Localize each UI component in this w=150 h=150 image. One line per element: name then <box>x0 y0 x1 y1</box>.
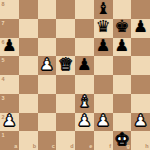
rank-label-5: 5 <box>2 57 5 63</box>
square-b5[interactable] <box>19 56 38 75</box>
square-g1[interactable]: g♚ <box>113 131 132 150</box>
square-f3[interactable] <box>94 94 113 113</box>
square-c6[interactable] <box>38 38 57 57</box>
square-h5[interactable] <box>131 56 150 75</box>
file-label-e: e <box>89 143 92 149</box>
square-c4[interactable] <box>38 75 57 94</box>
square-g8[interactable] <box>113 0 132 19</box>
square-h2[interactable]: ♟ <box>131 113 150 132</box>
rank-label-1: 1 <box>2 132 5 138</box>
piece-black-pawn-g6[interactable]: ♟ <box>114 37 129 56</box>
square-b7[interactable] <box>19 19 38 38</box>
square-c1[interactable]: c <box>38 131 57 150</box>
square-e4[interactable] <box>75 75 94 94</box>
square-a2[interactable]: 2♟ <box>0 113 19 132</box>
square-a8[interactable]: 8 <box>0 0 19 19</box>
piece-white-pawn-a2[interactable]: ♟ <box>2 112 17 131</box>
square-h1[interactable]: h <box>131 131 150 150</box>
file-label-d: d <box>70 143 73 149</box>
square-d3[interactable] <box>56 94 75 113</box>
square-b3[interactable] <box>19 94 38 113</box>
square-a6[interactable]: 6♟ <box>0 38 19 57</box>
piece-white-king-g1[interactable]: ♚ <box>114 131 129 150</box>
square-d5[interactable]: ♛ <box>56 56 75 75</box>
square-a4[interactable]: 4 <box>0 75 19 94</box>
square-b1[interactable]: b <box>19 131 38 150</box>
piece-black-king-g7[interactable]: ♚ <box>114 18 129 37</box>
square-f7[interactable]: ♛ <box>94 19 113 38</box>
square-c3[interactable] <box>38 94 57 113</box>
piece-black-pawn-e5[interactable]: ♟ <box>77 56 92 75</box>
chess-board: 8♝7♛♚♟6♟♟♟5♟♛♟43♝2♟♟♟♟1abcdefg♚h <box>0 0 150 150</box>
piece-white-pawn-c5[interactable]: ♟ <box>39 56 54 75</box>
square-a7[interactable]: 7 <box>0 19 19 38</box>
square-b4[interactable] <box>19 75 38 94</box>
square-d8[interactable] <box>56 0 75 19</box>
square-b8[interactable] <box>19 0 38 19</box>
rank-label-4: 4 <box>2 76 5 82</box>
square-f8[interactable]: ♝ <box>94 0 113 19</box>
square-a5[interactable]: 5 <box>0 56 19 75</box>
square-f2[interactable]: ♟ <box>94 113 113 132</box>
square-e2[interactable]: ♟ <box>75 113 94 132</box>
square-f6[interactable]: ♟ <box>94 38 113 57</box>
square-h3[interactable] <box>131 94 150 113</box>
piece-white-pawn-e2[interactable]: ♟ <box>77 112 92 131</box>
square-h4[interactable] <box>131 75 150 94</box>
square-e7[interactable] <box>75 19 94 38</box>
square-g7[interactable]: ♚ <box>113 19 132 38</box>
square-e3[interactable]: ♝ <box>75 94 94 113</box>
square-d6[interactable] <box>56 38 75 57</box>
square-d2[interactable] <box>56 113 75 132</box>
square-a3[interactable]: 3 <box>0 94 19 113</box>
square-e5[interactable]: ♟ <box>75 56 94 75</box>
square-d1[interactable]: d <box>56 131 75 150</box>
piece-black-queen-f7[interactable]: ♛ <box>96 18 111 37</box>
piece-white-bishop-e3[interactable]: ♝ <box>77 93 92 112</box>
square-e1[interactable]: e <box>75 131 94 150</box>
square-g2[interactable] <box>113 113 132 132</box>
file-label-a: a <box>14 143 17 149</box>
file-label-h: h <box>145 143 148 149</box>
square-g6[interactable]: ♟ <box>113 38 132 57</box>
square-c8[interactable] <box>38 0 57 19</box>
square-e6[interactable] <box>75 38 94 57</box>
piece-white-queen-d5[interactable]: ♛ <box>58 56 73 75</box>
square-b2[interactable] <box>19 113 38 132</box>
square-f4[interactable] <box>94 75 113 94</box>
square-g3[interactable] <box>113 94 132 113</box>
file-label-f: f <box>109 143 111 149</box>
square-c7[interactable] <box>38 19 57 38</box>
piece-black-pawn-h7[interactable]: ♟ <box>133 18 148 37</box>
piece-white-pawn-f2[interactable]: ♟ <box>96 112 111 131</box>
rank-label-3: 3 <box>2 95 5 101</box>
square-a1[interactable]: 1a <box>0 131 19 150</box>
square-h6[interactable] <box>131 38 150 57</box>
square-h8[interactable] <box>131 0 150 19</box>
file-label-c: c <box>52 143 55 149</box>
square-f1[interactable]: f <box>94 131 113 150</box>
square-h7[interactable]: ♟ <box>131 19 150 38</box>
piece-black-pawn-f6[interactable]: ♟ <box>96 37 111 56</box>
square-g5[interactable] <box>113 56 132 75</box>
square-b6[interactable] <box>19 38 38 57</box>
rank-label-8: 8 <box>2 1 5 7</box>
file-label-b: b <box>33 143 36 149</box>
square-c2[interactable] <box>38 113 57 132</box>
square-c5[interactable]: ♟ <box>38 56 57 75</box>
piece-black-pawn-a6[interactable]: ♟ <box>2 37 17 56</box>
square-g4[interactable] <box>113 75 132 94</box>
piece-white-pawn-h2[interactable]: ♟ <box>133 112 148 131</box>
square-d7[interactable] <box>56 19 75 38</box>
piece-black-bishop-f8[interactable]: ♝ <box>96 0 111 18</box>
square-e8[interactable] <box>75 0 94 19</box>
square-d4[interactable] <box>56 75 75 94</box>
square-f5[interactable] <box>94 56 113 75</box>
rank-label-7: 7 <box>2 20 5 26</box>
